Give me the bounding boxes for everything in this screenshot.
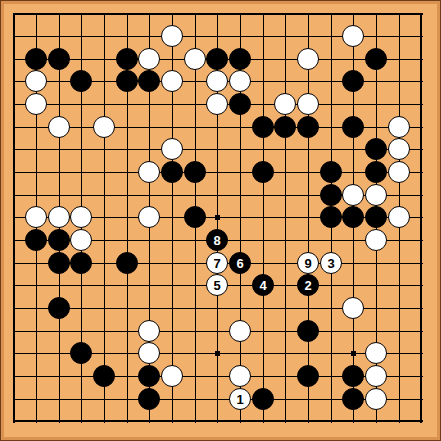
white-stone [25, 206, 47, 228]
white-stone [365, 184, 387, 206]
grid-line-vertical [420, 13, 422, 423]
black-stone [116, 252, 138, 274]
black-stone [252, 116, 274, 138]
white-stone [388, 138, 410, 160]
black-stone [320, 161, 342, 183]
white-stone [229, 320, 251, 342]
white-stone [161, 138, 183, 160]
white-stone [206, 93, 228, 115]
move-number-label: 1 [236, 393, 243, 406]
move-9-stone-white: 9 [297, 252, 319, 274]
black-stone [93, 365, 115, 387]
move-number-label: 4 [259, 279, 266, 292]
move-5-stone-white: 5 [206, 274, 228, 296]
black-stone [48, 297, 70, 319]
move-3-stone-white: 3 [320, 252, 342, 274]
white-stone [342, 25, 364, 47]
white-stone [70, 229, 92, 251]
white-stone [388, 206, 410, 228]
move-number-label: 5 [213, 279, 220, 292]
white-stone [93, 116, 115, 138]
white-stone [25, 70, 47, 92]
white-stone [138, 48, 160, 70]
black-stone [116, 70, 138, 92]
black-stone [48, 229, 70, 251]
grid-line-horizontal [13, 331, 423, 332]
black-stone [116, 48, 138, 70]
move-number-label: 6 [236, 257, 243, 270]
white-stone [48, 116, 70, 138]
white-stone [138, 161, 160, 183]
move-6-stone-black: 6 [229, 252, 251, 274]
black-stone [70, 252, 92, 274]
move-8-stone-black: 8 [206, 229, 228, 251]
white-stone [365, 365, 387, 387]
black-stone [297, 365, 319, 387]
move-number-label: 3 [327, 257, 334, 270]
black-stone [25, 229, 47, 251]
grid-line-vertical [308, 13, 309, 423]
black-stone [229, 48, 251, 70]
black-stone [138, 365, 160, 387]
white-stone [138, 206, 160, 228]
white-stone [206, 70, 228, 92]
black-stone [48, 48, 70, 70]
white-stone [70, 206, 92, 228]
white-stone [342, 184, 364, 206]
black-stone [320, 184, 342, 206]
black-stone [161, 161, 183, 183]
black-stone [70, 342, 92, 364]
white-stone [365, 229, 387, 251]
black-stone [365, 48, 387, 70]
move-number-label: 2 [304, 279, 311, 292]
black-stone [184, 206, 206, 228]
star-point [215, 351, 220, 356]
grid-line-horizontal [13, 172, 423, 173]
white-stone [25, 93, 47, 115]
black-stone [25, 48, 47, 70]
star-point [215, 215, 220, 220]
black-stone [297, 116, 319, 138]
grid-line-vertical [285, 13, 286, 423]
go-board: 876935421 [0, 0, 441, 441]
black-stone [48, 252, 70, 274]
black-stone [138, 70, 160, 92]
white-stone [161, 25, 183, 47]
black-stone [206, 48, 228, 70]
white-stone [184, 48, 206, 70]
black-stone [252, 161, 274, 183]
white-stone [229, 365, 251, 387]
black-stone [252, 388, 274, 410]
white-stone [274, 93, 296, 115]
move-2-stone-black: 2 [297, 274, 319, 296]
black-stone [365, 206, 387, 228]
white-stone [229, 70, 251, 92]
move-number-label: 8 [213, 234, 220, 247]
black-stone [70, 70, 92, 92]
black-stone [342, 70, 364, 92]
grid-line-horizontal [13, 149, 423, 150]
white-stone [48, 206, 70, 228]
grid-line-vertical [13, 13, 15, 423]
grid-line-vertical [263, 13, 264, 423]
black-stone [229, 93, 251, 115]
white-stone [297, 48, 319, 70]
black-stone [274, 116, 296, 138]
white-stone [388, 116, 410, 138]
black-stone [297, 320, 319, 342]
white-stone [161, 70, 183, 92]
white-stone [342, 297, 364, 319]
grid-line-vertical [104, 13, 105, 423]
black-stone [138, 388, 160, 410]
black-stone [365, 161, 387, 183]
white-stone [138, 320, 160, 342]
grid-line-horizontal [13, 13, 423, 15]
move-7-stone-white: 7 [206, 252, 228, 274]
black-stone [342, 206, 364, 228]
white-stone [365, 342, 387, 364]
black-stone [184, 161, 206, 183]
white-stone [161, 365, 183, 387]
star-point [351, 351, 356, 356]
grid-line-horizontal [13, 420, 423, 422]
white-stone [297, 93, 319, 115]
move-number-label: 7 [213, 257, 220, 270]
black-stone [342, 388, 364, 410]
move-4-stone-black: 4 [252, 274, 274, 296]
black-stone [342, 365, 364, 387]
move-number-label: 9 [304, 257, 311, 270]
white-stone [388, 161, 410, 183]
black-stone [320, 206, 342, 228]
black-stone [365, 138, 387, 160]
white-stone [138, 342, 160, 364]
move-1-stone-white: 1 [229, 388, 251, 410]
black-stone [342, 116, 364, 138]
white-stone [365, 388, 387, 410]
